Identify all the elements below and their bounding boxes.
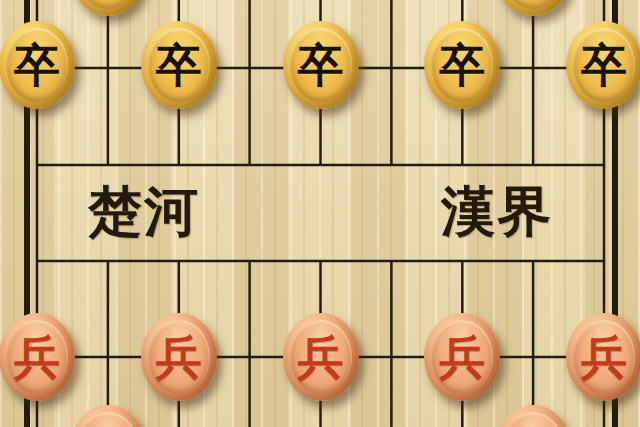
piece-black-soldier-c[interactable]: 卒 — [141, 21, 217, 109]
piece-glyph: 卒 — [298, 42, 344, 88]
piece-red-soldier-e[interactable]: 兵 — [283, 313, 359, 401]
piece-red-soldier-c[interactable]: 兵 — [141, 313, 217, 401]
piece-glyph: 兵 — [581, 334, 627, 380]
piece-black-soldier-a[interactable]: 卒 — [0, 21, 75, 109]
piece-glyph: 卒 — [14, 42, 60, 88]
piece-face — [502, 0, 564, 9]
piece-red-cannon-h[interactable]: 炮 — [495, 405, 571, 427]
piece-black-soldier-e[interactable]: 卒 — [283, 21, 359, 109]
piece-black-cannon-b[interactable]: 砲 — [70, 0, 146, 16]
piece-red-soldier-a[interactable]: 兵 — [0, 313, 75, 401]
piece-glyph: 兵 — [298, 334, 344, 380]
piece-glyph: 兵 — [14, 334, 60, 380]
piece-red-soldier-i[interactable]: 兵 — [566, 313, 640, 401]
piece-glyph: 卒 — [581, 42, 627, 88]
piece-glyph: 兵 — [439, 334, 485, 380]
piece-face — [77, 0, 139, 9]
piece-red-cannon-b[interactable]: 炮 — [70, 405, 146, 427]
piece-black-soldier-i[interactable]: 卒 — [566, 21, 640, 109]
piece-glyph: 兵 — [156, 334, 202, 380]
pieces-layer: 砲砲卒卒卒卒卒兵兵兵兵兵炮炮 — [0, 0, 640, 427]
piece-glyph: 卒 — [156, 42, 202, 88]
piece-glyph: 卒 — [439, 42, 485, 88]
piece-red-soldier-g[interactable]: 兵 — [424, 313, 500, 401]
xiangqi-board[interactable]: 楚河 漢界 砲砲卒卒卒卒卒兵兵兵兵兵炮炮 — [0, 0, 640, 427]
piece-black-cannon-h[interactable]: 砲 — [495, 0, 571, 16]
piece-black-soldier-g[interactable]: 卒 — [424, 21, 500, 109]
